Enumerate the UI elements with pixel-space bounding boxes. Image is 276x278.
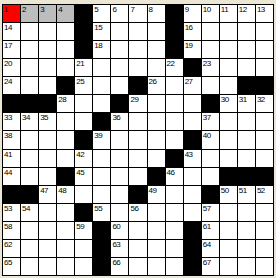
grid-cell[interactable]: 6	[111, 5, 128, 22]
grid-cell[interactable]	[220, 131, 237, 148]
grid-cell[interactable]	[184, 113, 201, 130]
grid-cell[interactable]: 47	[39, 186, 56, 203]
grid-cell[interactable]: 17	[3, 41, 20, 58]
grid-cell[interactable]	[39, 150, 56, 167]
grid-cell[interactable]: 14	[3, 23, 20, 40]
grid-cell[interactable]	[148, 222, 165, 239]
grid-cell[interactable]	[220, 113, 237, 130]
grid-cell[interactable]: 7	[129, 5, 146, 22]
grid-cell[interactable]: 50	[220, 186, 237, 203]
clue-number: 59	[76, 222, 84, 231]
grid-cell[interactable]	[57, 59, 74, 76]
grid-cell[interactable]: 34	[21, 113, 38, 130]
grid-cell[interactable]: 60	[111, 222, 128, 239]
grid-cell[interactable]	[256, 113, 273, 130]
crossword-board: 1234567891011121314151617181920212223242…	[2, 4, 274, 276]
selected-cell[interactable]: 4	[57, 5, 74, 22]
clue-number: 60	[112, 222, 120, 231]
grid-cell[interactable]	[256, 131, 273, 148]
clue-number: 7	[130, 5, 134, 14]
clue-number: 66	[112, 258, 120, 267]
clue-number: 8	[149, 5, 153, 14]
grid-cell[interactable]	[21, 222, 38, 239]
grid-cell[interactable]: 66	[111, 258, 128, 275]
grid-cell[interactable]	[238, 41, 255, 58]
grid-cell[interactable]	[39, 204, 56, 221]
clue-number: 54	[22, 204, 30, 213]
black-cell	[93, 258, 110, 275]
grid-cell[interactable]	[93, 150, 110, 167]
grid-cell[interactable]	[238, 23, 255, 40]
black-cell	[184, 59, 201, 76]
clue-number: 38	[4, 131, 12, 140]
clue-number: 31	[239, 95, 247, 104]
grid-cell[interactable]: 31	[238, 95, 255, 112]
clue-number: 29	[130, 95, 138, 104]
grid-cell[interactable]	[238, 150, 255, 167]
grid-cell[interactable]	[93, 168, 110, 185]
clue-number: 24	[4, 77, 12, 86]
grid-cell[interactable]	[129, 222, 146, 239]
grid-cell[interactable]	[220, 222, 237, 239]
clue-number: 2	[22, 5, 26, 14]
black-cell	[184, 131, 201, 148]
grid-cell[interactable]	[220, 204, 237, 221]
grid-cell[interactable]: 62	[3, 240, 20, 257]
grid-cell[interactable]	[39, 222, 56, 239]
clue-number: 3	[40, 5, 44, 14]
clue-number: 9	[185, 5, 189, 14]
black-cell	[39, 95, 56, 112]
grid-cell[interactable]	[148, 59, 165, 76]
clue-number: 17	[4, 41, 12, 50]
grid-cell[interactable]	[93, 186, 110, 203]
grid-cell[interactable]	[93, 95, 110, 112]
grid-cell[interactable]	[129, 168, 146, 185]
grid-cell[interactable]	[129, 23, 146, 40]
clue-number: 50	[221, 186, 229, 195]
black-cell	[57, 77, 74, 94]
clue-number: 62	[4, 240, 12, 249]
grid-cell[interactable]: 58	[3, 222, 20, 239]
clue-number: 37	[203, 113, 211, 122]
selected-cell[interactable]: 2	[21, 5, 38, 22]
clue-number: 65	[4, 258, 12, 267]
grid-cell[interactable]: 10	[202, 5, 219, 22]
grid-cell[interactable]	[166, 77, 183, 94]
grid-cell[interactable]: 49	[148, 186, 165, 203]
grid-cell[interactable]	[57, 150, 74, 167]
grid-cell[interactable]	[238, 222, 255, 239]
grid-cell[interactable]: 39	[93, 131, 110, 148]
grid-cell[interactable]: 57	[202, 204, 219, 221]
grid-cell[interactable]	[111, 77, 128, 94]
grid-cell[interactable]: 25	[75, 77, 92, 94]
grid-cell[interactable]	[75, 258, 92, 275]
clue-number: 49	[149, 186, 157, 195]
grid-cell[interactable]	[148, 258, 165, 275]
grid-cell[interactable]	[166, 240, 183, 257]
grid-cell[interactable]: 56	[129, 204, 146, 221]
clue-number: 12	[239, 5, 247, 14]
grid-cell[interactable]: 26	[148, 77, 165, 94]
clue-number: 32	[257, 95, 265, 104]
clue-number: 30	[221, 95, 229, 104]
clue-number: 25	[76, 77, 84, 86]
grid-cell[interactable]: 48	[57, 186, 74, 203]
clue-number: 5	[94, 5, 98, 14]
black-cell	[202, 186, 219, 203]
black-cell	[93, 240, 110, 257]
grid-cell[interactable]	[39, 59, 56, 76]
clue-number: 64	[203, 240, 211, 249]
grid-cell[interactable]	[220, 77, 237, 94]
grid-cell[interactable]	[111, 41, 128, 58]
grid-cell[interactable]: 46	[166, 168, 183, 185]
black-cell	[93, 222, 110, 239]
grid-cell[interactable]: 51	[238, 186, 255, 203]
grid-cell[interactable]: 15	[93, 23, 110, 40]
grid-cell[interactable]	[21, 258, 38, 275]
clue-number: 53	[4, 204, 12, 213]
grid-cell[interactable]	[256, 150, 273, 167]
black-cell	[166, 23, 183, 40]
clue-number: 41	[4, 150, 12, 159]
grid-cell[interactable]	[21, 77, 38, 94]
grid-cell[interactable]: 29	[129, 95, 146, 112]
cursor-cell[interactable]: 1	[3, 5, 20, 22]
grid-cell[interactable]	[148, 150, 165, 167]
grid-cell[interactable]	[166, 95, 183, 112]
grid-cell[interactable]	[39, 240, 56, 257]
grid-cell[interactable]	[220, 23, 237, 40]
grid-cell[interactable]	[184, 168, 201, 185]
clue-number: 47	[40, 186, 48, 195]
grid-cell[interactable]	[220, 150, 237, 167]
grid-cell[interactable]: 35	[39, 113, 56, 130]
grid-cell[interactable]	[57, 240, 74, 257]
black-cell	[166, 41, 183, 58]
grid-cell[interactable]	[184, 204, 201, 221]
clue-number: 14	[4, 23, 12, 32]
clue-number: 20	[4, 59, 12, 68]
grid-cell[interactable]	[148, 240, 165, 257]
clue-number: 45	[76, 168, 84, 177]
clue-number: 10	[203, 5, 211, 14]
clue-number: 26	[149, 77, 157, 86]
grid-cell[interactable]	[166, 222, 183, 239]
grid-cell[interactable]	[129, 41, 146, 58]
grid-cell[interactable]	[166, 258, 183, 275]
grid-cell[interactable]: 9	[184, 5, 201, 22]
black-cell	[256, 168, 273, 185]
grid-cell[interactable]	[129, 240, 146, 257]
grid-cell[interactable]	[256, 240, 273, 257]
clue-number: 46	[167, 168, 175, 177]
clue-number: 42	[76, 150, 84, 159]
grid-cell[interactable]: 28	[57, 95, 74, 112]
grid-cell[interactable]	[93, 59, 110, 76]
grid-cell[interactable]	[220, 258, 237, 275]
grid-cell[interactable]	[21, 59, 38, 76]
grid-cell[interactable]	[111, 186, 128, 203]
clue-number: 55	[94, 204, 102, 213]
grid-cell[interactable]	[129, 258, 146, 275]
grid-cell[interactable]	[57, 204, 74, 221]
grid-cell[interactable]	[57, 131, 74, 148]
grid-cell[interactable]	[21, 150, 38, 167]
grid-cell[interactable]	[256, 59, 273, 76]
grid-cell[interactable]	[39, 77, 56, 94]
black-cell	[184, 240, 201, 257]
grid-cell[interactable]: 24	[3, 77, 20, 94]
grid-cell[interactable]	[202, 150, 219, 167]
grid-cell[interactable]	[238, 258, 255, 275]
grid-cell[interactable]: 42	[75, 150, 92, 167]
grid-cell[interactable]	[39, 168, 56, 185]
grid-cell[interactable]: 16	[184, 23, 201, 40]
clue-number: 16	[185, 23, 193, 32]
grid-cell[interactable]	[57, 23, 74, 40]
clue-number: 15	[94, 23, 102, 32]
clue-number: 6	[112, 5, 116, 14]
grid-cell[interactable]: 65	[3, 258, 20, 275]
grid-cell[interactable]: 63	[111, 240, 128, 257]
grid-cell[interactable]	[21, 168, 38, 185]
black-cell	[129, 186, 146, 203]
grid-cell[interactable]	[238, 59, 255, 76]
grid-cell[interactable]	[111, 59, 128, 76]
grid-cell[interactable]	[148, 131, 165, 148]
black-cell	[256, 77, 273, 94]
grid-cell[interactable]	[220, 41, 237, 58]
grid-cell[interactable]: 41	[3, 150, 20, 167]
grid-cell[interactable]	[111, 131, 128, 148]
black-cell	[166, 150, 183, 167]
grid-cell[interactable]	[184, 95, 201, 112]
grid-cell[interactable]	[39, 131, 56, 148]
clue-number: 36	[112, 113, 120, 122]
clue-number: 67	[203, 258, 211, 267]
black-cell	[3, 186, 20, 203]
grid-cell[interactable]: 30	[220, 95, 237, 112]
grid-cell[interactable]	[148, 113, 165, 130]
grid-cell[interactable]	[111, 23, 128, 40]
black-cell	[202, 95, 219, 112]
grid-cell[interactable]: 19	[184, 41, 201, 58]
grid-cell[interactable]	[129, 113, 146, 130]
grid-cell[interactable]	[57, 222, 74, 239]
grid-cell[interactable]: 59	[75, 222, 92, 239]
grid-cell[interactable]	[39, 258, 56, 275]
clue-number: 56	[130, 204, 138, 213]
black-cell	[129, 77, 146, 94]
clue-number: 39	[94, 131, 102, 140]
grid-cell[interactable]	[111, 204, 128, 221]
grid-cell[interactable]: 40	[202, 131, 219, 148]
clue-number: 33	[4, 113, 12, 122]
grid-cell[interactable]: 20	[3, 59, 20, 76]
grid-cell[interactable]	[75, 240, 92, 257]
grid-cell[interactable]: 21	[75, 59, 92, 76]
grid-cell[interactable]	[256, 258, 273, 275]
grid-cell[interactable]	[256, 41, 273, 58]
grid-cell[interactable]: 64	[202, 240, 219, 257]
grid-cell[interactable]: 11	[220, 5, 237, 22]
grid-cell[interactable]	[202, 23, 219, 40]
clue-number: 23	[203, 59, 211, 68]
grid-cell[interactable]: 43	[184, 150, 201, 167]
grid-cell[interactable]	[111, 150, 128, 167]
grid-cell[interactable]	[129, 131, 146, 148]
clue-number: 48	[58, 186, 66, 195]
grid-cell[interactable]	[238, 240, 255, 257]
grid-cell[interactable]	[21, 41, 38, 58]
black-cell	[148, 168, 165, 185]
clue-number: 27	[185, 77, 193, 86]
black-cell	[238, 77, 255, 94]
grid-cell[interactable]	[21, 23, 38, 40]
grid-cell[interactable]: 22	[166, 59, 183, 76]
grid-cell[interactable]	[238, 113, 255, 130]
selected-cell[interactable]: 3	[39, 5, 56, 22]
grid-cell[interactable]: 32	[256, 95, 273, 112]
clue-number: 52	[257, 186, 265, 195]
grid-cell[interactable]: 27	[184, 77, 201, 94]
black-cell	[21, 95, 38, 112]
black-cell	[93, 113, 110, 130]
black-cell	[57, 168, 74, 185]
clue-number: 40	[203, 131, 211, 140]
clue-number: 22	[167, 59, 175, 68]
grid-cell[interactable]	[238, 131, 255, 148]
grid-cell[interactable]: 67	[202, 258, 219, 275]
grid-cell[interactable]	[57, 258, 74, 275]
grid-cell[interactable]	[220, 240, 237, 257]
clue-number: 34	[22, 113, 30, 122]
grid-cell[interactable]: 36	[111, 113, 128, 130]
grid-cell[interactable]	[166, 204, 183, 221]
grid-cell[interactable]	[166, 113, 183, 130]
grid-cell[interactable]: 45	[75, 168, 92, 185]
grid-cell[interactable]	[148, 41, 165, 58]
grid-cell[interactable]: 13	[256, 5, 273, 22]
grid-cell[interactable]: 61	[202, 222, 219, 239]
grid-cell[interactable]	[256, 204, 273, 221]
black-cell	[111, 95, 128, 112]
clue-number: 28	[58, 95, 66, 104]
clue-number: 44	[4, 168, 12, 177]
grid-cell[interactable]	[93, 77, 110, 94]
grid-cell[interactable]	[148, 95, 165, 112]
grid-cell[interactable]	[21, 131, 38, 148]
grid-cell[interactable]	[75, 95, 92, 112]
grid-cell[interactable]: 54	[21, 204, 38, 221]
black-cell	[75, 23, 92, 40]
grid-cell[interactable]: 52	[256, 186, 273, 203]
grid-cell[interactable]: 5	[93, 5, 110, 22]
grid-cell[interactable]	[166, 186, 183, 203]
clue-number: 63	[112, 240, 120, 249]
grid-cell[interactable]	[39, 41, 56, 58]
grid-cell[interactable]	[129, 150, 146, 167]
clue-number: 1	[4, 5, 8, 14]
clue-number: 58	[4, 222, 12, 231]
clue-number: 43	[185, 150, 193, 159]
grid-cell[interactable]	[256, 23, 273, 40]
black-cell	[184, 258, 201, 275]
clue-number: 21	[76, 59, 84, 68]
grid-cell[interactable]: 12	[238, 5, 255, 22]
grid-cell[interactable]: 44	[3, 168, 20, 185]
clue-number: 18	[94, 41, 102, 50]
grid-cell[interactable]	[256, 222, 273, 239]
grid-cell[interactable]: 55	[93, 204, 110, 221]
grid-cell[interactable]: 37	[202, 113, 219, 130]
grid-cell[interactable]: 33	[3, 113, 20, 130]
clue-number: 35	[40, 113, 48, 122]
grid-cell[interactable]	[148, 23, 165, 40]
grid-cell[interactable]	[75, 113, 92, 130]
black-cell	[75, 204, 92, 221]
clue-number: 51	[239, 186, 247, 195]
black-cell	[75, 5, 92, 22]
black-cell	[166, 5, 183, 22]
grid-cell[interactable]	[111, 168, 128, 185]
grid-cell[interactable]	[202, 77, 219, 94]
black-cell	[184, 222, 201, 239]
grid-cell[interactable]	[184, 186, 201, 203]
grid-cell[interactable]	[148, 204, 165, 221]
clue-number: 57	[203, 204, 211, 213]
grid-cell[interactable]	[39, 23, 56, 40]
grid-cell[interactable]	[129, 59, 146, 76]
grid-cell[interactable]	[75, 186, 92, 203]
grid-cell[interactable]: 53	[3, 204, 20, 221]
grid-cell[interactable]	[202, 168, 219, 185]
grid-cell[interactable]: 8	[148, 5, 165, 22]
black-cell	[75, 41, 92, 58]
grid-cell[interactable]	[166, 131, 183, 148]
grid-cell[interactable]	[202, 41, 219, 58]
clue-number: 19	[185, 41, 193, 50]
black-cell	[238, 168, 255, 185]
black-cell	[3, 95, 20, 112]
grid-cell[interactable]	[220, 59, 237, 76]
grid-cell[interactable]	[21, 240, 38, 257]
black-cell	[21, 186, 38, 203]
grid-cell[interactable]: 38	[3, 131, 20, 148]
grid-cell[interactable]	[57, 113, 74, 130]
grid-cell[interactable]: 18	[93, 41, 110, 58]
clue-number: 61	[203, 222, 211, 231]
clue-number: 11	[221, 5, 228, 14]
clue-number: 13	[257, 5, 265, 14]
grid-cell[interactable]: 23	[202, 59, 219, 76]
clue-number: 4	[58, 5, 62, 14]
black-cell	[75, 131, 92, 148]
black-cell	[220, 168, 237, 185]
grid-cell[interactable]	[57, 41, 74, 58]
grid-cell[interactable]	[238, 204, 255, 221]
